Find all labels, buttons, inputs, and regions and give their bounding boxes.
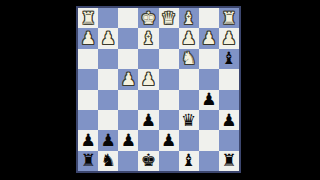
square-d8[interactable] <box>159 151 179 171</box>
square-g7[interactable]: ♟ <box>98 130 118 150</box>
square-c3[interactable]: ♞ <box>179 49 199 69</box>
black-pawn-g7: ♟ <box>101 131 116 148</box>
white-king-e1: ♚ <box>141 9 156 26</box>
square-h1[interactable]: ♜ <box>78 8 98 28</box>
square-h2[interactable]: ♟ <box>78 28 98 48</box>
square-b3[interactable] <box>199 49 219 69</box>
black-pawn-d7: ♟ <box>161 131 176 148</box>
square-f4[interactable]: ♟ <box>118 69 138 89</box>
square-f7[interactable]: ♟ <box>118 130 138 150</box>
black-pawn-a6: ♟ <box>221 111 236 128</box>
square-f2[interactable] <box>118 28 138 48</box>
black-pawn-f7: ♟ <box>121 131 136 148</box>
black-knight-g8: ♞ <box>101 152 116 169</box>
black-king-e8: ♚ <box>141 152 156 169</box>
white-rook-h1: ♜ <box>80 9 95 26</box>
square-e7[interactable] <box>138 130 158 150</box>
square-c6[interactable]: ♛ <box>179 110 199 130</box>
square-e3[interactable] <box>138 49 158 69</box>
square-a6[interactable]: ♟ <box>219 110 239 130</box>
square-h8[interactable]: ♜ <box>78 151 98 171</box>
white-pawn-g2: ♟ <box>101 30 116 47</box>
square-h3[interactable] <box>78 49 98 69</box>
square-h6[interactable] <box>78 110 98 130</box>
white-bishop-c1: ♝ <box>181 9 196 26</box>
white-pawn-e4: ♟ <box>141 70 156 87</box>
square-b4[interactable] <box>199 69 219 89</box>
square-c5[interactable] <box>179 90 199 110</box>
square-g2[interactable]: ♟ <box>98 28 118 48</box>
square-e1[interactable]: ♚ <box>138 8 158 28</box>
white-pawn-h2: ♟ <box>80 30 95 47</box>
square-e5[interactable] <box>138 90 158 110</box>
video-frame: ♜♚♛♝♜♟♟♝♟♟♟♞♝♟♟♟♟♛♟♟♟♟♟♜♞♚♝♜ <box>0 0 320 180</box>
square-c4[interactable] <box>179 69 199 89</box>
square-a3[interactable]: ♝ <box>219 49 239 69</box>
square-d2[interactable] <box>159 28 179 48</box>
black-pawn-e6: ♟ <box>141 111 156 128</box>
square-b1[interactable] <box>199 8 219 28</box>
square-h7[interactable]: ♟ <box>78 130 98 150</box>
square-c1[interactable]: ♝ <box>179 8 199 28</box>
white-pawn-b2: ♟ <box>201 30 216 47</box>
white-bishop-e2: ♝ <box>141 30 156 47</box>
white-pawn-f4: ♟ <box>121 70 136 87</box>
white-knight-c3: ♞ <box>181 50 196 67</box>
square-c8[interactable]: ♝ <box>179 151 199 171</box>
square-d1[interactable]: ♛ <box>159 8 179 28</box>
square-a4[interactable] <box>219 69 239 89</box>
square-e6[interactable]: ♟ <box>138 110 158 130</box>
square-d7[interactable]: ♟ <box>159 130 179 150</box>
square-a5[interactable] <box>219 90 239 110</box>
black-queen-c6: ♛ <box>181 111 196 128</box>
square-g1[interactable] <box>98 8 118 28</box>
black-rook-a8: ♜ <box>221 152 236 169</box>
square-h5[interactable] <box>78 90 98 110</box>
square-c7[interactable] <box>179 130 199 150</box>
black-pawn-h7: ♟ <box>80 131 95 148</box>
square-f1[interactable] <box>118 8 138 28</box>
square-b6[interactable] <box>199 110 219 130</box>
square-a1[interactable]: ♜ <box>219 8 239 28</box>
white-rook-a1: ♜ <box>221 9 236 26</box>
square-c2[interactable]: ♟ <box>179 28 199 48</box>
square-g5[interactable] <box>98 90 118 110</box>
square-e8[interactable]: ♚ <box>138 151 158 171</box>
square-a8[interactable]: ♜ <box>219 151 239 171</box>
square-g6[interactable] <box>98 110 118 130</box>
square-d4[interactable] <box>159 69 179 89</box>
black-rook-h8: ♜ <box>80 152 95 169</box>
square-g3[interactable] <box>98 49 118 69</box>
white-pawn-a2: ♟ <box>221 30 236 47</box>
square-f8[interactable] <box>118 151 138 171</box>
square-b5[interactable]: ♟ <box>199 90 219 110</box>
black-bishop-a3: ♝ <box>221 50 236 67</box>
black-pawn-b5: ♟ <box>201 91 216 108</box>
square-f6[interactable] <box>118 110 138 130</box>
square-d6[interactable] <box>159 110 179 130</box>
square-b7[interactable] <box>199 130 219 150</box>
black-bishop-c8: ♝ <box>181 152 196 169</box>
square-e4[interactable]: ♟ <box>138 69 158 89</box>
white-queen-d1: ♛ <box>161 9 176 26</box>
chess-board: ♜♚♛♝♜♟♟♝♟♟♟♞♝♟♟♟♟♛♟♟♟♟♟♜♞♚♝♜ <box>76 6 241 173</box>
square-e2[interactable]: ♝ <box>138 28 158 48</box>
square-d3[interactable] <box>159 49 179 69</box>
square-f5[interactable] <box>118 90 138 110</box>
square-g8[interactable]: ♞ <box>98 151 118 171</box>
square-a2[interactable]: ♟ <box>219 28 239 48</box>
square-d5[interactable] <box>159 90 179 110</box>
square-h4[interactable] <box>78 69 98 89</box>
square-b2[interactable]: ♟ <box>199 28 219 48</box>
white-pawn-c2: ♟ <box>181 30 196 47</box>
square-f3[interactable] <box>118 49 138 69</box>
square-a7[interactable] <box>219 130 239 150</box>
square-b8[interactable] <box>199 151 219 171</box>
square-g4[interactable] <box>98 69 118 89</box>
